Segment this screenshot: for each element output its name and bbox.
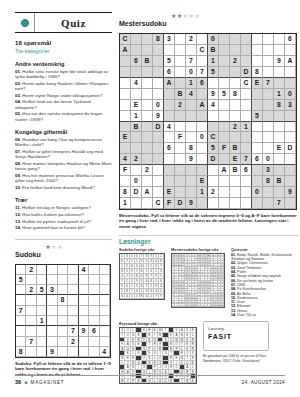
empty-cell[interactable] xyxy=(219,78,230,89)
given-cell[interactable]: 9 xyxy=(186,198,197,209)
empty-cell[interactable] xyxy=(79,285,89,295)
empty-cell[interactable] xyxy=(153,165,164,176)
empty-cell[interactable] xyxy=(241,143,252,154)
given-cell[interactable]: 2 xyxy=(68,337,78,347)
empty-cell[interactable] xyxy=(153,45,164,56)
given-cell[interactable]: B xyxy=(274,176,285,187)
empty-cell[interactable] xyxy=(241,100,252,111)
empty-cell[interactable] xyxy=(241,187,252,198)
given-cell[interactable]: A xyxy=(219,165,230,176)
empty-cell[interactable] xyxy=(89,275,99,285)
given-cell[interactable]: D xyxy=(241,67,252,78)
given-cell[interactable]: 6 xyxy=(164,67,175,78)
given-cell[interactable]: 8 xyxy=(252,67,263,78)
empty-cell[interactable] xyxy=(175,176,186,187)
empty-cell[interactable] xyxy=(58,316,68,326)
empty-cell[interactable] xyxy=(285,154,296,165)
empty-cell[interactable] xyxy=(230,187,241,198)
empty-cell[interactable] xyxy=(164,165,175,176)
empty-cell[interactable] xyxy=(263,111,274,122)
empty-cell[interactable] xyxy=(175,122,186,133)
given-cell[interactable]: 3 xyxy=(164,34,175,45)
given-cell[interactable]: 0 xyxy=(131,176,142,187)
empty-cell[interactable] xyxy=(208,176,219,187)
empty-cell[interactable] xyxy=(164,100,175,111)
empty-cell[interactable] xyxy=(252,34,263,45)
empty-cell[interactable] xyxy=(16,285,26,295)
empty-cell[interactable] xyxy=(252,198,263,209)
given-cell[interactable]: 9 xyxy=(274,56,285,67)
empty-cell[interactable] xyxy=(274,78,285,89)
given-cell[interactable]: 5 xyxy=(208,67,219,78)
empty-cell[interactable] xyxy=(131,143,142,154)
empty-cell[interactable] xyxy=(186,187,197,198)
empty-cell[interactable] xyxy=(285,198,296,209)
empty-cell[interactable] xyxy=(175,34,186,45)
empty-cell[interactable] xyxy=(89,316,99,326)
empty-cell[interactable] xyxy=(142,111,153,122)
given-cell[interactable]: E xyxy=(120,132,131,143)
given-cell[interactable]: F xyxy=(164,198,175,209)
empty-cell[interactable] xyxy=(131,198,142,209)
empty-cell[interactable] xyxy=(120,56,131,67)
given-cell[interactable]: 0 xyxy=(285,89,296,100)
given-cell[interactable]: 1 xyxy=(241,122,252,133)
given-cell[interactable]: 1 xyxy=(37,316,47,326)
empty-cell[interactable] xyxy=(230,132,241,143)
empty-cell[interactable] xyxy=(208,165,219,176)
empty-cell[interactable] xyxy=(263,198,274,209)
empty-cell[interactable] xyxy=(230,67,241,78)
empty-cell[interactable] xyxy=(164,154,175,165)
given-cell[interactable]: 4 xyxy=(79,265,89,275)
empty-cell[interactable] xyxy=(37,295,47,305)
empty-cell[interactable] xyxy=(241,34,252,45)
given-cell[interactable]: 2 xyxy=(208,187,219,198)
given-cell[interactable]: 7 xyxy=(263,78,274,89)
empty-cell[interactable] xyxy=(131,67,142,78)
given-cell[interactable]: 8 xyxy=(263,176,274,187)
empty-cell[interactable] xyxy=(26,275,36,285)
empty-cell[interactable] xyxy=(120,67,131,78)
given-cell[interactable]: 2 xyxy=(131,154,142,165)
empty-cell[interactable] xyxy=(274,67,285,78)
empty-cell[interactable] xyxy=(186,132,197,143)
empty-cell[interactable] xyxy=(37,306,47,316)
mestersudoku-grid[interactable]: C83206ACB6B57129A6075D84A16CE7B495810E02… xyxy=(119,33,297,210)
empty-cell[interactable] xyxy=(89,295,99,305)
empty-cell[interactable] xyxy=(164,89,175,100)
empty-cell[interactable] xyxy=(285,67,296,78)
given-cell[interactable]: F xyxy=(120,165,131,176)
given-cell[interactable]: A xyxy=(142,187,153,198)
empty-cell[interactable] xyxy=(219,45,230,56)
empty-cell[interactable] xyxy=(164,132,175,143)
empty-cell[interactable] xyxy=(274,34,285,45)
given-cell[interactable]: 4 xyxy=(186,89,197,100)
given-cell[interactable]: 6 xyxy=(241,165,252,176)
empty-cell[interactable] xyxy=(186,165,197,176)
empty-cell[interactable] xyxy=(89,337,99,347)
empty-cell[interactable] xyxy=(142,45,153,56)
given-cell[interactable]: 7 xyxy=(186,56,197,67)
given-cell[interactable]: 9 xyxy=(208,89,219,100)
empty-cell[interactable] xyxy=(164,176,175,187)
empty-cell[interactable] xyxy=(58,285,68,295)
given-cell[interactable]: 2 xyxy=(186,34,197,45)
empty-cell[interactable] xyxy=(37,337,47,347)
given-cell[interactable]: 3 xyxy=(263,165,274,176)
empty-cell[interactable] xyxy=(37,275,47,285)
empty-cell[interactable] xyxy=(252,165,263,176)
empty-cell[interactable] xyxy=(37,326,47,336)
empty-cell[interactable] xyxy=(100,337,110,347)
empty-cell[interactable] xyxy=(285,132,296,143)
given-cell[interactable]: 1 xyxy=(131,111,142,122)
given-cell[interactable]: 2 xyxy=(230,56,241,67)
empty-cell[interactable] xyxy=(153,78,164,89)
empty-cell[interactable] xyxy=(252,122,263,133)
empty-cell[interactable] xyxy=(285,176,296,187)
empty-cell[interactable] xyxy=(274,165,285,176)
empty-cell[interactable] xyxy=(186,45,197,56)
empty-cell[interactable] xyxy=(219,198,230,209)
empty-cell[interactable] xyxy=(153,154,164,165)
empty-cell[interactable] xyxy=(219,56,230,67)
given-cell[interactable]: 6 xyxy=(252,154,263,165)
given-cell[interactable]: 4 xyxy=(208,100,219,111)
given-cell[interactable]: 8 xyxy=(230,89,241,100)
empty-cell[interactable] xyxy=(79,306,89,316)
empty-cell[interactable] xyxy=(252,56,263,67)
given-cell[interactable]: B xyxy=(208,45,219,56)
empty-cell[interactable] xyxy=(219,122,230,133)
empty-cell[interactable] xyxy=(58,326,68,336)
given-cell[interactable]: 5 xyxy=(219,89,230,100)
empty-cell[interactable] xyxy=(241,176,252,187)
empty-cell[interactable] xyxy=(79,316,89,326)
empty-cell[interactable] xyxy=(79,347,89,357)
empty-cell[interactable] xyxy=(47,275,57,285)
empty-cell[interactable] xyxy=(47,316,57,326)
empty-cell[interactable] xyxy=(100,295,110,305)
empty-cell[interactable] xyxy=(153,89,164,100)
empty-cell[interactable] xyxy=(241,45,252,56)
given-cell[interactable]: 5 xyxy=(164,56,175,67)
empty-cell[interactable] xyxy=(37,347,47,357)
given-cell[interactable]: 0 xyxy=(252,187,263,198)
empty-cell[interactable] xyxy=(241,56,252,67)
empty-cell[interactable] xyxy=(274,45,285,56)
empty-cell[interactable] xyxy=(89,285,99,295)
given-cell[interactable]: B xyxy=(230,165,241,176)
given-cell[interactable]: E xyxy=(274,143,285,154)
empty-cell[interactable] xyxy=(219,132,230,143)
empty-cell[interactable] xyxy=(219,67,230,78)
empty-cell[interactable] xyxy=(197,56,208,67)
given-cell[interactable]: E xyxy=(197,176,208,187)
empty-cell[interactable] xyxy=(285,45,296,56)
empty-cell[interactable] xyxy=(131,165,142,176)
given-cell[interactable]: C xyxy=(241,78,252,89)
given-cell[interactable]: 4 xyxy=(120,154,131,165)
empty-cell[interactable] xyxy=(164,111,175,122)
given-cell[interactable]: 4 xyxy=(131,78,142,89)
empty-cell[interactable] xyxy=(219,176,230,187)
empty-cell[interactable] xyxy=(197,154,208,165)
empty-cell[interactable] xyxy=(16,326,26,336)
empty-cell[interactable] xyxy=(230,78,241,89)
empty-cell[interactable] xyxy=(16,337,26,347)
empty-cell[interactable] xyxy=(58,306,68,316)
empty-cell[interactable] xyxy=(175,78,186,89)
empty-cell[interactable] xyxy=(285,78,296,89)
empty-cell[interactable] xyxy=(58,265,68,275)
empty-cell[interactable] xyxy=(197,143,208,154)
empty-cell[interactable] xyxy=(252,45,263,56)
empty-cell[interactable] xyxy=(100,326,110,336)
empty-cell[interactable] xyxy=(58,337,68,347)
empty-cell[interactable] xyxy=(164,45,175,56)
empty-cell[interactable] xyxy=(274,154,285,165)
given-cell[interactable]: 7 xyxy=(26,337,36,347)
empty-cell[interactable] xyxy=(26,306,36,316)
empty-cell[interactable] xyxy=(197,198,208,209)
empty-cell[interactable] xyxy=(263,67,274,78)
empty-cell[interactable] xyxy=(131,34,142,45)
empty-cell[interactable] xyxy=(153,132,164,143)
sudoku-grid[interactable]: 24525387179672894 xyxy=(15,264,111,359)
empty-cell[interactable] xyxy=(100,275,110,285)
given-cell[interactable]: 2 xyxy=(26,285,36,295)
empty-cell[interactable] xyxy=(219,187,230,198)
given-cell[interactable]: A xyxy=(197,100,208,111)
given-cell[interactable]: C xyxy=(120,34,131,45)
empty-cell[interactable] xyxy=(241,111,252,122)
given-cell[interactable]: 0 xyxy=(153,100,164,111)
given-cell[interactable]: 1 xyxy=(120,198,131,209)
empty-cell[interactable] xyxy=(153,176,164,187)
given-cell[interactable]: F xyxy=(219,143,230,154)
empty-cell[interactable] xyxy=(153,67,164,78)
given-cell[interactable]: 8 xyxy=(186,143,197,154)
given-cell[interactable]: 8 xyxy=(120,187,131,198)
given-cell[interactable]: B xyxy=(142,56,153,67)
given-cell[interactable]: E xyxy=(131,100,142,111)
given-cell[interactable]: 8 xyxy=(16,347,26,357)
empty-cell[interactable] xyxy=(142,198,153,209)
empty-cell[interactable] xyxy=(120,122,131,133)
given-cell[interactable]: 6 xyxy=(89,326,99,336)
empty-cell[interactable] xyxy=(58,275,68,285)
given-cell[interactable]: A xyxy=(164,78,175,89)
given-cell[interactable]: 7 xyxy=(16,306,26,316)
empty-cell[interactable] xyxy=(230,176,241,187)
empty-cell[interactable] xyxy=(175,111,186,122)
empty-cell[interactable] xyxy=(274,132,285,143)
empty-cell[interactable] xyxy=(79,275,89,285)
empty-cell[interactable] xyxy=(58,347,68,357)
empty-cell[interactable] xyxy=(131,45,142,56)
given-cell[interactable]: 2 xyxy=(175,100,186,111)
given-cell[interactable]: 2 xyxy=(230,122,241,133)
empty-cell[interactable] xyxy=(68,285,78,295)
empty-cell[interactable] xyxy=(153,143,164,154)
empty-cell[interactable] xyxy=(230,45,241,56)
empty-cell[interactable] xyxy=(120,143,131,154)
empty-cell[interactable] xyxy=(263,143,274,154)
given-cell[interactable]: 6 xyxy=(131,56,142,67)
empty-cell[interactable] xyxy=(263,187,274,198)
empty-cell[interactable] xyxy=(16,265,26,275)
empty-cell[interactable] xyxy=(197,165,208,176)
empty-cell[interactable] xyxy=(100,285,110,295)
given-cell[interactable]: 9 xyxy=(285,187,296,198)
empty-cell[interactable] xyxy=(153,187,164,198)
empty-cell[interactable] xyxy=(230,34,241,45)
empty-cell[interactable] xyxy=(68,306,78,316)
given-cell[interactable]: 3 xyxy=(285,100,296,111)
empty-cell[interactable] xyxy=(252,89,263,100)
empty-cell[interactable] xyxy=(120,176,131,187)
empty-cell[interactable] xyxy=(219,34,230,45)
empty-cell[interactable] xyxy=(263,34,274,45)
given-cell[interactable]: 2 xyxy=(142,165,153,176)
empty-cell[interactable] xyxy=(241,198,252,209)
given-cell[interactable]: 5 xyxy=(252,111,263,122)
empty-cell[interactable] xyxy=(142,143,153,154)
empty-cell[interactable] xyxy=(263,132,274,143)
given-cell[interactable]: D xyxy=(208,154,219,165)
empty-cell[interactable] xyxy=(26,326,36,336)
given-cell[interactable]: 1 xyxy=(208,56,219,67)
empty-cell[interactable] xyxy=(79,295,89,305)
given-cell[interactable]: B xyxy=(131,122,142,133)
empty-cell[interactable] xyxy=(219,100,230,111)
given-cell[interactable]: 8 xyxy=(58,295,68,305)
given-cell[interactable]: 1 xyxy=(197,187,208,198)
given-cell[interactable]: 7 xyxy=(197,67,208,78)
given-cell[interactable]: C xyxy=(153,198,164,209)
empty-cell[interactable] xyxy=(186,100,197,111)
empty-cell[interactable] xyxy=(274,122,285,133)
empty-cell[interactable] xyxy=(142,34,153,45)
empty-cell[interactable] xyxy=(263,45,274,56)
empty-cell[interactable] xyxy=(68,347,78,357)
empty-cell[interactable] xyxy=(89,347,99,357)
empty-cell[interactable] xyxy=(47,265,57,275)
given-cell[interactable]: 6 xyxy=(285,34,296,45)
empty-cell[interactable] xyxy=(89,306,99,316)
given-cell[interactable]: D xyxy=(175,198,186,209)
given-cell[interactable]: 1 xyxy=(186,78,197,89)
given-cell[interactable]: 0 xyxy=(263,154,274,165)
empty-cell[interactable] xyxy=(197,34,208,45)
given-cell[interactable]: C xyxy=(197,45,208,56)
empty-cell[interactable] xyxy=(68,316,78,326)
empty-cell[interactable] xyxy=(230,111,241,122)
given-cell[interactable]: 7 xyxy=(241,154,252,165)
empty-cell[interactable] xyxy=(208,122,219,133)
empty-cell[interactable] xyxy=(252,100,263,111)
empty-cell[interactable] xyxy=(100,306,110,316)
empty-cell[interactable] xyxy=(47,295,57,305)
empty-cell[interactable] xyxy=(47,337,57,347)
given-cell[interactable]: 9 xyxy=(186,154,197,165)
given-cell[interactable]: A xyxy=(285,56,296,67)
given-cell[interactable]: 5 xyxy=(37,285,47,295)
given-cell[interactable]: 9 xyxy=(47,347,57,357)
empty-cell[interactable] xyxy=(142,100,153,111)
given-cell[interactable]: 8 xyxy=(153,34,164,45)
given-cell[interactable]: 7 xyxy=(68,326,78,336)
empty-cell[interactable] xyxy=(263,89,274,100)
empty-cell[interactable] xyxy=(68,265,78,275)
empty-cell[interactable] xyxy=(175,154,186,165)
given-cell[interactable]: 8 xyxy=(274,100,285,111)
given-cell[interactable]: B xyxy=(175,89,186,100)
given-cell[interactable]: 5 xyxy=(208,143,219,154)
given-cell[interactable]: 4 xyxy=(164,122,175,133)
empty-cell[interactable] xyxy=(252,176,263,187)
empty-cell[interactable] xyxy=(68,295,78,305)
empty-cell[interactable] xyxy=(26,347,36,357)
empty-cell[interactable] xyxy=(89,265,99,275)
empty-cell[interactable] xyxy=(208,111,219,122)
empty-cell[interactable] xyxy=(274,111,285,122)
empty-cell[interactable] xyxy=(26,316,36,326)
empty-cell[interactable] xyxy=(208,78,219,89)
given-cell[interactable]: 7 xyxy=(274,198,285,209)
empty-cell[interactable] xyxy=(186,111,197,122)
empty-cell[interactable] xyxy=(120,89,131,100)
empty-cell[interactable] xyxy=(208,198,219,209)
empty-cell[interactable] xyxy=(175,56,186,67)
given-cell[interactable]: C xyxy=(208,132,219,143)
empty-cell[interactable] xyxy=(252,143,263,154)
empty-cell[interactable] xyxy=(120,100,131,111)
empty-cell[interactable] xyxy=(142,122,153,133)
empty-cell[interactable] xyxy=(285,165,296,176)
given-cell[interactable]: 4 xyxy=(100,347,110,357)
given-cell[interactable]: D xyxy=(285,143,296,154)
given-cell[interactable]: 0 xyxy=(208,34,219,45)
empty-cell[interactable] xyxy=(131,89,142,100)
empty-cell[interactable] xyxy=(100,316,110,326)
empty-cell[interactable] xyxy=(230,100,241,111)
empty-cell[interactable] xyxy=(274,187,285,198)
empty-cell[interactable] xyxy=(252,132,263,143)
empty-cell[interactable] xyxy=(263,56,274,67)
empty-cell[interactable] xyxy=(241,132,252,143)
empty-cell[interactable] xyxy=(142,176,153,187)
empty-cell[interactable] xyxy=(100,265,110,275)
given-cell[interactable]: F xyxy=(175,132,186,143)
given-cell[interactable]: B xyxy=(230,143,241,154)
empty-cell[interactable] xyxy=(142,132,153,143)
empty-cell[interactable] xyxy=(175,143,186,154)
empty-cell[interactable] xyxy=(142,67,153,78)
empty-cell[interactable] xyxy=(197,89,208,100)
given-cell[interactable]: E xyxy=(164,187,175,198)
empty-cell[interactable] xyxy=(26,295,36,305)
empty-cell[interactable] xyxy=(175,165,186,176)
empty-cell[interactable] xyxy=(175,187,186,198)
given-cell[interactable]: A xyxy=(120,45,131,56)
empty-cell[interactable] xyxy=(79,337,89,347)
empty-cell[interactable] xyxy=(16,295,26,305)
empty-cell[interactable] xyxy=(142,78,153,89)
